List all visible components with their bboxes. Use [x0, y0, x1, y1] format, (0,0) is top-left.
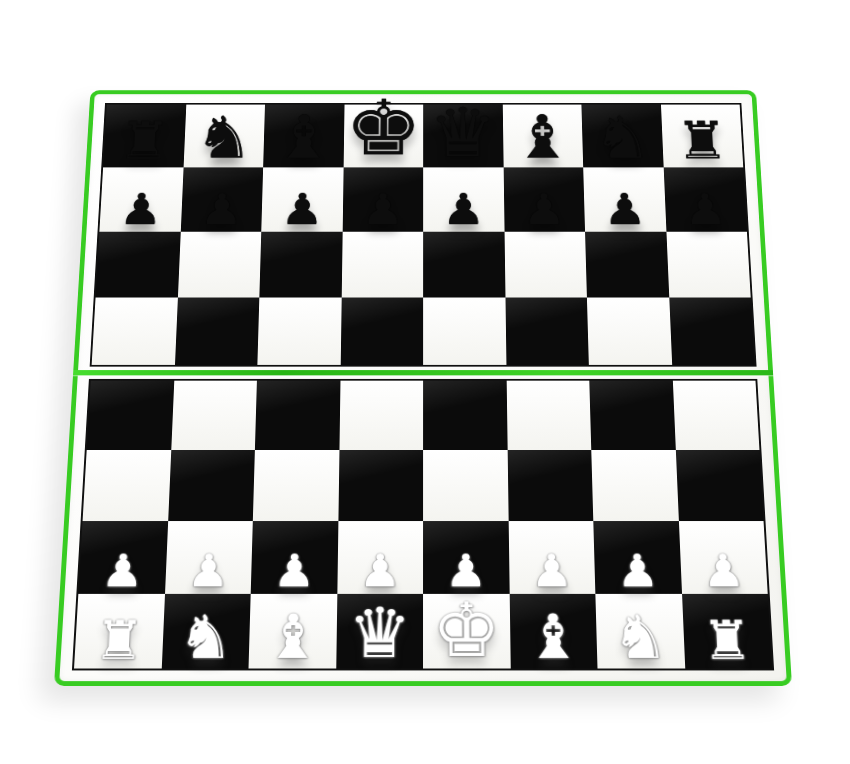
square-a3 [83, 450, 171, 521]
square-c7: ♟ [261, 167, 343, 231]
piece-black-knight: ♞ [183, 57, 266, 167]
square-h5 [669, 298, 755, 365]
square-b8: ♞ [183, 105, 265, 168]
piece-black-knight: ♞ [580, 57, 663, 167]
white-pawn-icon: ♟ [530, 548, 573, 593]
square-b7: ♟ [180, 167, 263, 231]
board-bottom-half: ♟♟♟♟♟♟♟♟♜♞♝♛♚♝♞♜ [72, 379, 774, 671]
square-g5 [587, 298, 672, 365]
piece-black-king: ♚ [343, 57, 423, 167]
square-a6 [96, 232, 181, 298]
white-rook-icon: ♜ [93, 614, 146, 668]
square-b1: ♞ [161, 594, 250, 669]
black-pawn-icon: ♟ [442, 188, 485, 231]
black-rook-icon: ♜ [117, 115, 172, 167]
white-pawn-icon: ♟ [186, 548, 230, 593]
square-c1: ♝ [249, 594, 337, 669]
square-c2: ♟ [251, 521, 338, 594]
photo-background: ♜♞♝♚♛♝♞♜♟♟♟♟♟♟♟♟ ♟♟♟♟♟♟♟♟♜♞♝♛♚♝♞♜ [0, 0, 850, 764]
square-f1: ♝ [509, 594, 597, 669]
square-g2: ♟ [593, 521, 681, 594]
black-bishop-icon: ♝ [273, 107, 335, 167]
folding-chess-board: ♜♞♝♚♛♝♞♜♟♟♟♟♟♟♟♟ ♟♟♟♟♟♟♟♟♜♞♝♛♚♝♞♜ [54, 90, 796, 686]
white-rook-icon: ♜ [701, 614, 754, 668]
black-knight-icon: ♞ [592, 109, 653, 167]
board-fold-line [73, 370, 773, 375]
square-g8: ♞ [581, 105, 663, 168]
black-pawn-icon: ♟ [280, 188, 324, 231]
square-g1: ♞ [595, 594, 684, 669]
white-pawn-icon: ♟ [445, 548, 488, 593]
square-d3 [338, 450, 423, 521]
square-a4 [87, 381, 174, 450]
white-pawn-icon: ♟ [359, 548, 402, 593]
square-a7: ♟ [99, 167, 183, 231]
white-knight-icon: ♞ [611, 607, 669, 667]
square-h3 [675, 450, 763, 521]
square-a1: ♜ [74, 594, 165, 669]
board-top-half: ♜♞♝♚♛♝♞♜♟♟♟♟♟♟♟♟ [90, 103, 757, 367]
square-d1: ♛ [336, 594, 423, 669]
square-g3 [591, 450, 678, 521]
square-c3 [253, 450, 339, 521]
square-b6 [177, 232, 261, 298]
square-c5 [257, 298, 341, 365]
white-pawn-icon: ♟ [616, 548, 660, 593]
square-f2: ♟ [508, 521, 595, 594]
square-a8: ♜ [103, 105, 186, 168]
square-e7: ♟ [423, 167, 504, 231]
black-king-icon: ♚ [344, 90, 422, 166]
square-h7: ♟ [663, 167, 747, 231]
square-d5 [340, 298, 423, 365]
square-h6 [666, 232, 751, 298]
white-pawn-icon: ♟ [273, 548, 316, 593]
square-d8: ♚ [343, 105, 423, 168]
square-b4 [171, 381, 257, 450]
black-pawn-icon: ♟ [361, 188, 404, 231]
black-pawn-icon: ♟ [118, 188, 163, 231]
square-c6 [259, 232, 342, 298]
square-e2: ♟ [423, 521, 509, 594]
square-a5 [92, 298, 178, 365]
square-g6 [585, 232, 669, 298]
square-f4 [506, 381, 591, 450]
square-d4 [339, 381, 423, 450]
square-b5 [175, 298, 260, 365]
black-pawn-icon: ♟ [603, 188, 647, 231]
square-h8: ♜ [661, 105, 744, 168]
square-e3 [423, 450, 508, 521]
piece-black-bishop: ♝ [263, 57, 345, 167]
white-queen-icon: ♛ [347, 599, 412, 668]
square-b2: ♟ [165, 521, 253, 594]
square-e4 [423, 381, 507, 450]
black-bishop-icon: ♝ [512, 107, 574, 167]
white-pawn-icon: ♟ [701, 548, 745, 593]
square-h4 [672, 381, 759, 450]
white-king-icon: ♚ [432, 593, 502, 668]
piece-black-rook: ♜ [658, 57, 743, 167]
black-rook-icon: ♜ [675, 115, 730, 167]
square-b3 [168, 450, 255, 521]
square-h2: ♟ [678, 521, 767, 594]
square-e1: ♚ [423, 594, 510, 669]
black-pawn-icon: ♟ [683, 188, 728, 231]
square-f5 [505, 298, 589, 365]
black-pawn-icon: ♟ [522, 188, 566, 231]
white-knight-icon: ♞ [177, 607, 235, 667]
white-bishop-icon: ♝ [264, 606, 322, 667]
piece-black-rook: ♜ [103, 57, 188, 167]
square-d2: ♟ [337, 521, 423, 594]
square-e5 [423, 298, 506, 365]
piece-black-bishop: ♝ [502, 57, 584, 167]
square-f7: ♟ [503, 167, 585, 231]
square-d6 [341, 232, 423, 298]
square-g7: ♟ [583, 167, 666, 231]
white-pawn-icon: ♟ [100, 548, 144, 593]
black-queen-icon: ♛ [429, 99, 498, 167]
black-knight-icon: ♞ [194, 109, 255, 167]
square-f8: ♝ [502, 105, 583, 168]
square-e8: ♛ [423, 105, 503, 168]
square-f3 [507, 450, 593, 521]
square-c8: ♝ [263, 105, 344, 168]
square-a2: ♟ [78, 521, 167, 594]
square-e6 [423, 232, 505, 298]
black-pawn-icon: ♟ [199, 188, 244, 231]
square-f6 [504, 232, 587, 298]
board-green-taped-frame: ♜♞♝♚♛♝♞♜♟♟♟♟♟♟♟♟ ♟♟♟♟♟♟♟♟♜♞♝♛♚♝♞♜ [54, 90, 792, 686]
square-c4 [255, 381, 340, 450]
square-h1: ♜ [682, 594, 772, 669]
square-g4 [589, 381, 675, 450]
white-bishop-icon: ♝ [524, 606, 582, 667]
square-d7: ♟ [342, 167, 423, 231]
piece-black-queen: ♛ [423, 57, 503, 167]
